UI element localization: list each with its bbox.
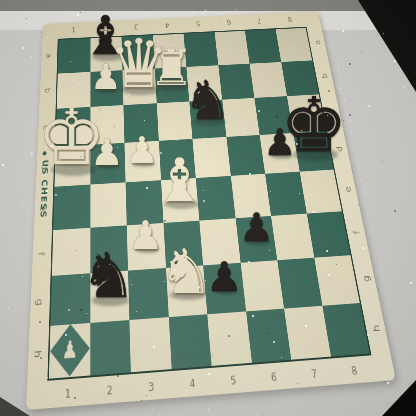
photo-scene: ♟ 1234567812345678abcdefghabcdefgh ◆US C… xyxy=(0,0,416,416)
white-pawn-b2: ♟ xyxy=(90,61,121,96)
white-bishop-e4: ♝ xyxy=(153,150,207,210)
black-knight-c5: ♞ xyxy=(183,74,231,128)
black-pawn-f6: ♟ xyxy=(239,209,274,248)
white-king-d1: ♚ xyxy=(37,100,106,177)
pieces-layer: ♚♛♜♝♞♟♟♟♟♚♝♞♞♟♟♟ xyxy=(0,0,416,416)
white-knight-g4: ♞ xyxy=(158,240,214,302)
black-pawn-d7: ♟ xyxy=(264,124,297,161)
black-knight-g2: ♞ xyxy=(81,245,137,307)
